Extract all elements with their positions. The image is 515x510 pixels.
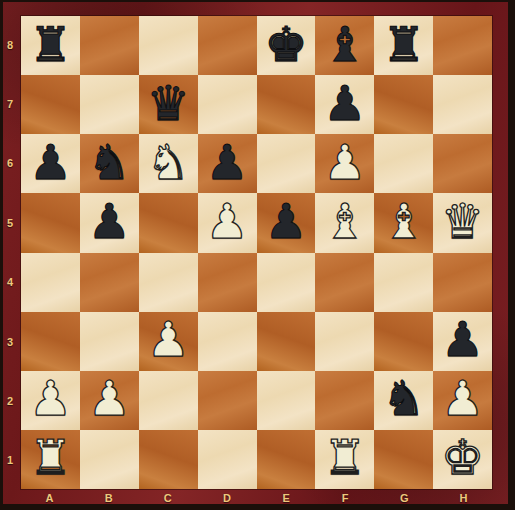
square-e8[interactable]: ♚ xyxy=(257,16,316,75)
file-label-d: D xyxy=(197,489,256,506)
black-rook-a8[interactable]: ♜ xyxy=(29,20,72,68)
square-e4[interactable] xyxy=(257,253,316,312)
square-d8[interactable] xyxy=(198,16,257,75)
square-g4[interactable] xyxy=(374,253,433,312)
square-d7[interactable] xyxy=(198,75,257,134)
square-d5[interactable]: ♟ xyxy=(198,193,257,252)
square-e7[interactable] xyxy=(257,75,316,134)
square-b8[interactable] xyxy=(80,16,139,75)
square-h7[interactable] xyxy=(433,75,492,134)
square-f7[interactable]: ♟ xyxy=(315,75,374,134)
file-label-b: B xyxy=(79,489,138,506)
square-a6[interactable]: ♟ xyxy=(21,134,80,193)
white-pawn-h2[interactable]: ♟ xyxy=(441,374,484,422)
white-rook-a1[interactable]: ♜ xyxy=(29,433,72,481)
square-h2[interactable]: ♟ xyxy=(433,371,492,430)
square-b5[interactable]: ♟ xyxy=(80,193,139,252)
square-a1[interactable]: ♜ xyxy=(21,430,80,489)
square-d1[interactable] xyxy=(198,430,257,489)
square-c5[interactable] xyxy=(139,193,198,252)
chessboard-window: ♜♚♝♜♛♟♟♞♞♟♟♟♟♟♝♝♛♟♟♟♟♞♟♜♜♚ 87654321 ABCD… xyxy=(0,0,515,510)
black-knight-g2[interactable]: ♞ xyxy=(382,374,425,422)
white-king-h1[interactable]: ♚ xyxy=(441,433,484,481)
white-pawn-b2[interactable]: ♟ xyxy=(88,374,131,422)
black-knight-b6[interactable]: ♞ xyxy=(88,138,131,186)
white-pawn-c3[interactable]: ♟ xyxy=(147,315,190,363)
square-g7[interactable] xyxy=(374,75,433,134)
square-a3[interactable] xyxy=(21,312,80,371)
square-f6[interactable]: ♟ xyxy=(315,134,374,193)
white-bishop-g5[interactable]: ♝ xyxy=(382,197,425,245)
square-f8[interactable]: ♝ xyxy=(315,16,374,75)
square-h8[interactable] xyxy=(433,16,492,75)
black-pawn-d6[interactable]: ♟ xyxy=(206,138,249,186)
square-c3[interactable]: ♟ xyxy=(139,312,198,371)
square-e2[interactable] xyxy=(257,371,316,430)
square-d4[interactable] xyxy=(198,253,257,312)
square-e1[interactable] xyxy=(257,430,316,489)
black-king-e8[interactable]: ♚ xyxy=(264,20,307,68)
square-f1[interactable]: ♜ xyxy=(315,430,374,489)
rank-label-7: 7 xyxy=(0,74,20,133)
square-c7[interactable]: ♛ xyxy=(139,75,198,134)
file-labels: ABCDEFGH xyxy=(20,489,493,506)
square-d2[interactable] xyxy=(198,371,257,430)
black-queen-c7[interactable]: ♛ xyxy=(147,79,190,127)
square-f3[interactable] xyxy=(315,312,374,371)
square-a7[interactable] xyxy=(21,75,80,134)
square-b7[interactable] xyxy=(80,75,139,134)
white-knight-c6[interactable]: ♞ xyxy=(147,138,190,186)
square-a4[interactable] xyxy=(21,253,80,312)
square-h5[interactable]: ♛ xyxy=(433,193,492,252)
square-g3[interactable] xyxy=(374,312,433,371)
rank-label-4: 4 xyxy=(0,253,20,312)
square-h1[interactable]: ♚ xyxy=(433,430,492,489)
black-rook-g8[interactable]: ♜ xyxy=(382,20,425,68)
white-rook-f1[interactable]: ♜ xyxy=(323,433,366,481)
square-a5[interactable] xyxy=(21,193,80,252)
square-c2[interactable] xyxy=(139,371,198,430)
file-label-f: F xyxy=(316,489,375,506)
square-a8[interactable]: ♜ xyxy=(21,16,80,75)
white-pawn-d5[interactable]: ♟ xyxy=(206,197,249,245)
white-pawn-a2[interactable]: ♟ xyxy=(29,374,72,422)
rank-label-6: 6 xyxy=(0,134,20,193)
rank-label-5: 5 xyxy=(0,193,20,252)
rank-label-3: 3 xyxy=(0,312,20,371)
square-b3[interactable] xyxy=(80,312,139,371)
square-c1[interactable] xyxy=(139,430,198,489)
square-g6[interactable] xyxy=(374,134,433,193)
black-pawn-b5[interactable]: ♟ xyxy=(88,197,131,245)
file-label-g: G xyxy=(375,489,434,506)
square-d3[interactable] xyxy=(198,312,257,371)
white-queen-h5[interactable]: ♛ xyxy=(441,197,484,245)
square-h3[interactable]: ♟ xyxy=(433,312,492,371)
square-e3[interactable] xyxy=(257,312,316,371)
square-c8[interactable] xyxy=(139,16,198,75)
square-d6[interactable]: ♟ xyxy=(198,134,257,193)
square-b1[interactable] xyxy=(80,430,139,489)
square-c4[interactable] xyxy=(139,253,198,312)
square-f4[interactable] xyxy=(315,253,374,312)
file-label-h: H xyxy=(434,489,493,506)
rank-label-1: 1 xyxy=(0,431,20,490)
square-e5[interactable]: ♟ xyxy=(257,193,316,252)
rank-labels: 87654321 xyxy=(0,15,20,490)
white-pawn-f6[interactable]: ♟ xyxy=(323,138,366,186)
square-a2[interactable]: ♟ xyxy=(21,371,80,430)
square-b2[interactable]: ♟ xyxy=(80,371,139,430)
square-b6[interactable]: ♞ xyxy=(80,134,139,193)
rank-label-8: 8 xyxy=(0,15,20,74)
square-g1[interactable] xyxy=(374,430,433,489)
black-pawn-a6[interactable]: ♟ xyxy=(29,138,72,186)
square-g2[interactable]: ♞ xyxy=(374,371,433,430)
black-pawn-h3[interactable]: ♟ xyxy=(441,315,484,363)
square-g8[interactable]: ♜ xyxy=(374,16,433,75)
file-label-e: E xyxy=(257,489,316,506)
rank-label-2: 2 xyxy=(0,371,20,430)
square-g5[interactable]: ♝ xyxy=(374,193,433,252)
file-label-c: C xyxy=(138,489,197,506)
square-h6[interactable] xyxy=(433,134,492,193)
square-e6[interactable] xyxy=(257,134,316,193)
square-f2[interactable] xyxy=(315,371,374,430)
square-h4[interactable] xyxy=(433,253,492,312)
square-f5[interactable]: ♝ xyxy=(315,193,374,252)
white-bishop-f5[interactable]: ♝ xyxy=(323,197,366,245)
file-label-a: A xyxy=(20,489,79,506)
square-c6[interactable]: ♞ xyxy=(139,134,198,193)
square-b4[interactable] xyxy=(80,253,139,312)
black-bishop-f8[interactable]: ♝ xyxy=(323,20,366,68)
black-pawn-f7[interactable]: ♟ xyxy=(323,79,366,127)
chess-board: ♜♚♝♜♛♟♟♞♞♟♟♟♟♟♝♝♛♟♟♟♟♞♟♜♜♚ xyxy=(20,15,493,490)
black-pawn-e5[interactable]: ♟ xyxy=(264,197,307,245)
